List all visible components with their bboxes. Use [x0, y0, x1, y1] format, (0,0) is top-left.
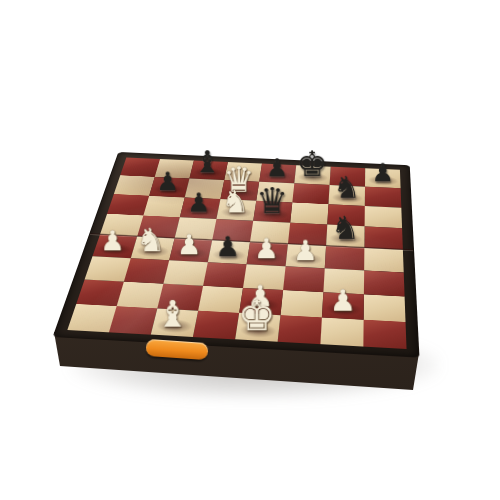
square-b7: ♟: [149, 177, 189, 198]
square-b1: [109, 306, 157, 334]
square-f8: ♚: [294, 165, 330, 185]
square-h5: [364, 226, 402, 249]
square-h6: [365, 206, 402, 228]
square-h3: [364, 270, 405, 296]
square-d4: ♟: [208, 240, 250, 264]
square-d3: [203, 262, 246, 288]
black-pawn-h8: ♟: [371, 160, 394, 185]
white-pawn-f4: ♟: [293, 237, 318, 265]
square-c8: ♝: [189, 161, 227, 181]
square-c3: [163, 260, 207, 285]
square-e4: ♟: [247, 242, 288, 266]
white-pawn-e4: ♟: [254, 235, 279, 263]
square-f2: [280, 290, 323, 317]
square-d2: [198, 286, 243, 313]
square-a6: [107, 194, 149, 215]
square-c6: ♟: [180, 197, 221, 219]
square-g2: ♟: [322, 292, 364, 320]
black-pawn-b7: ♟: [156, 169, 179, 194]
white-pawn-g2: ♟: [330, 286, 356, 315]
square-f6: [290, 203, 328, 225]
black-pawn-d4: ♟: [215, 233, 240, 261]
white-pawn-c4: ♟: [177, 231, 202, 259]
square-h8: ♟: [365, 168, 401, 188]
black-pawn-c6: ♟: [187, 189, 210, 215]
square-h2: [364, 294, 406, 322]
square-d6: ♞: [216, 199, 256, 221]
square-f4: ♟: [286, 244, 326, 268]
square-b4: ♞: [131, 236, 175, 260]
white-knight-b4: ♞: [136, 224, 165, 257]
square-h4: [364, 248, 404, 273]
square-a4: ♟: [93, 234, 138, 258]
square-f7: [292, 183, 329, 204]
square-f3: [283, 266, 325, 292]
square-a7: [114, 175, 155, 195]
black-bishop-c8: ♝: [194, 147, 221, 177]
white-pawn-a4: ♟: [100, 227, 125, 254]
square-h7: [365, 187, 402, 208]
black-pawn-e8: ♟: [266, 155, 288, 180]
product-photo: ♝♟♚♟♟♛♞♟♞♛♞♟♞♟♟♟♟♟♟♝♚: [0, 0, 500, 500]
square-g7: ♞: [328, 185, 365, 206]
square-c4: ♟: [169, 238, 212, 262]
square-g5: ♞: [326, 224, 365, 247]
square-b3: [124, 258, 169, 283]
white-king-e1: ♚: [238, 294, 276, 336]
square-e1: ♚: [235, 313, 280, 342]
square-f1: [278, 315, 322, 344]
square-c1: ♝: [151, 308, 198, 337]
black-knight-g5: ♞: [331, 212, 360, 244]
black-knight-g7: ♞: [333, 172, 360, 202]
white-bishop-c1: ♝: [156, 296, 189, 333]
square-b6: [143, 196, 184, 218]
square-g1: [320, 317, 363, 346]
black-king-f8: ♚: [296, 147, 328, 182]
square-a3: [85, 256, 131, 281]
chess-board: ♝♟♚♟♟♛♞♟♞♛♞♟♞♟♟♟♟♟♟♝♚: [54, 153, 418, 358]
black-queen-e6: ♛: [256, 183, 288, 219]
square-e6: ♛: [253, 201, 292, 223]
square-a8: [120, 157, 160, 176]
board-squares: ♝♟♚♟♟♛♞♟♞♛♞♟♞♟♟♟♟♟♟♝♚: [67, 157, 406, 349]
square-d1: [193, 311, 239, 340]
square-g4: [325, 246, 365, 271]
white-knight-d6: ♞: [221, 186, 249, 217]
square-h1: [363, 320, 406, 349]
